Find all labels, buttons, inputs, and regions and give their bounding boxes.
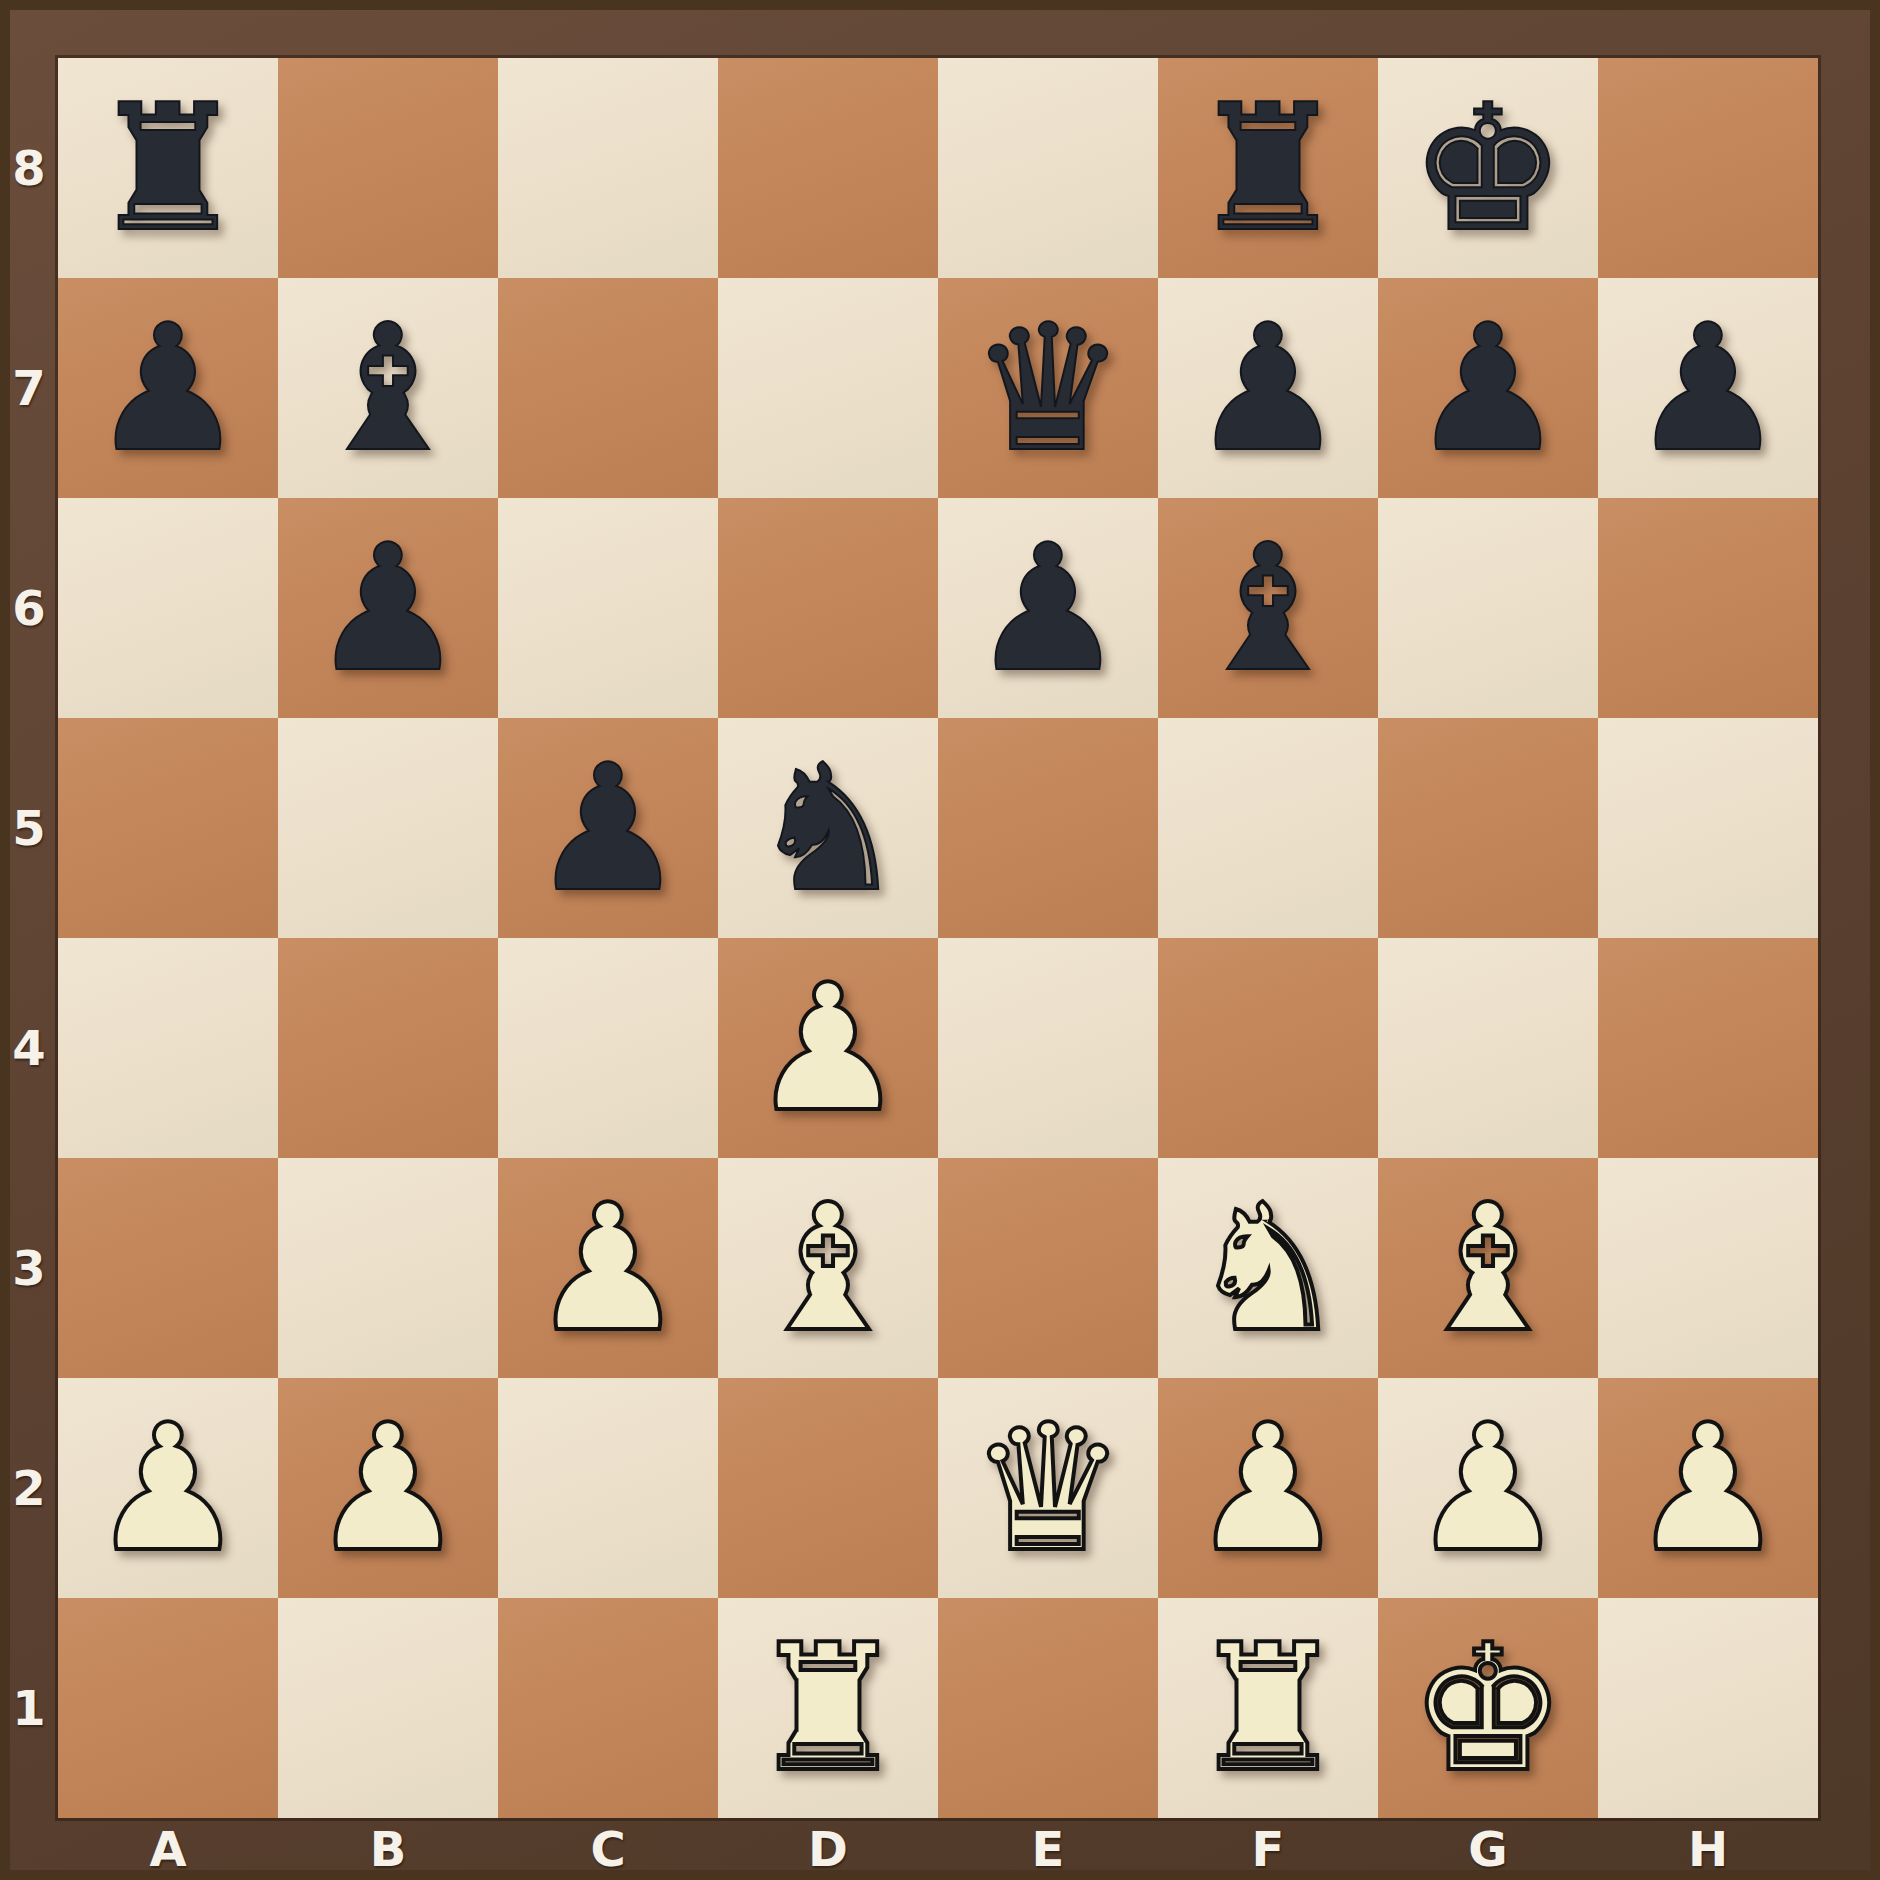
piece-white-pawn[interactable]: ♟ [1190, 1401, 1347, 1576]
piece-white-pawn[interactable]: ♟ [90, 1401, 247, 1576]
square-h8[interactable] [1598, 58, 1818, 278]
piece-black-rook[interactable]: ♜ [90, 81, 247, 256]
piece-black-king[interactable]: ♚ [1410, 81, 1567, 256]
piece-black-pawn[interactable]: ♟ [970, 521, 1127, 696]
square-f3[interactable]: ♞ [1158, 1158, 1378, 1378]
square-b6[interactable]: ♟ [278, 498, 498, 718]
chess-app: 8 7 6 5 4 3 2 1 ♜♜♚♟♝♛♟♟♟♟♟♝♟♞♟♟♝♞♝♟♟♛♟♟… [0, 0, 1880, 1880]
square-e8[interactable] [938, 58, 1158, 278]
square-f6[interactable]: ♝ [1158, 498, 1378, 718]
piece-black-bishop[interactable]: ♝ [1190, 521, 1347, 696]
square-c4[interactable] [498, 938, 718, 1158]
square-e3[interactable] [938, 1158, 1158, 1378]
square-c3[interactable]: ♟ [498, 1158, 718, 1378]
rank-label-3: 3 [0, 1158, 58, 1378]
square-h2[interactable]: ♟ [1598, 1378, 1818, 1598]
piece-black-knight[interactable]: ♞ [750, 741, 907, 916]
square-a3[interactable] [58, 1158, 278, 1378]
square-f2[interactable]: ♟ [1158, 1378, 1378, 1598]
piece-white-bishop[interactable]: ♝ [1410, 1181, 1567, 1356]
square-h3[interactable] [1598, 1158, 1818, 1378]
square-b7[interactable]: ♝ [278, 278, 498, 498]
rank-label-1: 1 [0, 1598, 58, 1818]
square-h7[interactable]: ♟ [1598, 278, 1818, 498]
square-h5[interactable] [1598, 718, 1818, 938]
file-labels: A B C D E F G H [58, 1818, 1818, 1880]
piece-white-pawn[interactable]: ♟ [530, 1181, 687, 1356]
square-e5[interactable] [938, 718, 1158, 938]
piece-white-bishop[interactable]: ♝ [750, 1181, 907, 1356]
square-a8[interactable]: ♜ [58, 58, 278, 278]
rank-label-8: 8 [0, 58, 58, 278]
square-g5[interactable] [1378, 718, 1598, 938]
file-label-d: D [718, 1818, 938, 1880]
piece-white-rook[interactable]: ♜ [1190, 1621, 1347, 1796]
piece-black-pawn[interactable]: ♟ [1190, 301, 1347, 476]
square-g1[interactable]: ♚ [1378, 1598, 1598, 1818]
square-d6[interactable] [718, 498, 938, 718]
piece-black-pawn[interactable]: ♟ [1630, 301, 1787, 476]
square-g8[interactable]: ♚ [1378, 58, 1598, 278]
file-label-g: G [1378, 1818, 1598, 1880]
square-d4[interactable]: ♟ [718, 938, 938, 1158]
square-g7[interactable]: ♟ [1378, 278, 1598, 498]
piece-white-pawn[interactable]: ♟ [1630, 1401, 1787, 1576]
rank-label-2: 2 [0, 1378, 58, 1598]
file-label-e: E [938, 1818, 1158, 1880]
file-label-b: B [278, 1818, 498, 1880]
square-g6[interactable] [1378, 498, 1598, 718]
square-c5[interactable]: ♟ [498, 718, 718, 938]
square-h6[interactable] [1598, 498, 1818, 718]
square-g4[interactable] [1378, 938, 1598, 1158]
square-e6[interactable]: ♟ [938, 498, 1158, 718]
square-a7[interactable]: ♟ [58, 278, 278, 498]
rank-label-4: 4 [0, 938, 58, 1158]
piece-white-pawn[interactable]: ♟ [750, 961, 907, 1136]
square-c6[interactable] [498, 498, 718, 718]
square-f5[interactable] [1158, 718, 1378, 938]
rank-label-6: 6 [0, 498, 58, 718]
file-label-f: F [1158, 1818, 1378, 1880]
square-d8[interactable] [718, 58, 938, 278]
piece-white-pawn[interactable]: ♟ [310, 1401, 467, 1576]
file-label-h: H [1598, 1818, 1818, 1880]
square-a2[interactable]: ♟ [58, 1378, 278, 1598]
square-a5[interactable] [58, 718, 278, 938]
rank-label-7: 7 [0, 278, 58, 498]
piece-white-knight[interactable]: ♞ [1190, 1181, 1347, 1356]
square-h1[interactable] [1598, 1598, 1818, 1818]
square-e1[interactable] [938, 1598, 1158, 1818]
square-d3[interactable]: ♝ [718, 1158, 938, 1378]
square-b3[interactable] [278, 1158, 498, 1378]
square-d2[interactable] [718, 1378, 938, 1598]
board: ♜♜♚♟♝♛♟♟♟♟♟♝♟♞♟♟♝♞♝♟♟♛♟♟♟♜♜♚ [58, 58, 1818, 1818]
square-g3[interactable]: ♝ [1378, 1158, 1598, 1378]
square-f8[interactable]: ♜ [1158, 58, 1378, 278]
piece-black-rook[interactable]: ♜ [1190, 81, 1347, 256]
piece-black-pawn[interactable]: ♟ [90, 301, 247, 476]
piece-black-pawn[interactable]: ♟ [530, 741, 687, 916]
piece-black-queen[interactable]: ♛ [970, 301, 1127, 476]
square-c7[interactable] [498, 278, 718, 498]
rank-label-5: 5 [0, 718, 58, 938]
piece-white-pawn[interactable]: ♟ [1410, 1401, 1567, 1576]
piece-white-rook[interactable]: ♜ [750, 1621, 907, 1796]
square-g2[interactable]: ♟ [1378, 1378, 1598, 1598]
square-h4[interactable] [1598, 938, 1818, 1158]
square-c1[interactable] [498, 1598, 718, 1818]
square-d5[interactable]: ♞ [718, 718, 938, 938]
square-a4[interactable] [58, 938, 278, 1158]
piece-black-bishop[interactable]: ♝ [310, 301, 467, 476]
square-b8[interactable] [278, 58, 498, 278]
square-f4[interactable] [1158, 938, 1378, 1158]
square-a6[interactable] [58, 498, 278, 718]
piece-white-queen[interactable]: ♛ [970, 1401, 1127, 1576]
square-b2[interactable]: ♟ [278, 1378, 498, 1598]
file-label-c: C [498, 1818, 718, 1880]
square-c8[interactable] [498, 58, 718, 278]
piece-black-pawn[interactable]: ♟ [310, 521, 467, 696]
square-b5[interactable] [278, 718, 498, 938]
rank-labels: 8 7 6 5 4 3 2 1 [0, 58, 58, 1818]
file-label-a: A [58, 1818, 278, 1880]
square-e4[interactable] [938, 938, 1158, 1158]
square-f7[interactable]: ♟ [1158, 278, 1378, 498]
square-d7[interactable] [718, 278, 938, 498]
square-c2[interactable] [498, 1378, 718, 1598]
square-b1[interactable] [278, 1598, 498, 1818]
piece-white-king[interactable]: ♚ [1410, 1621, 1567, 1796]
square-d1[interactable]: ♜ [718, 1598, 938, 1818]
square-b4[interactable] [278, 938, 498, 1158]
square-e2[interactable]: ♛ [938, 1378, 1158, 1598]
piece-black-pawn[interactable]: ♟ [1410, 301, 1567, 476]
square-f1[interactable]: ♜ [1158, 1598, 1378, 1818]
square-a1[interactable] [58, 1598, 278, 1818]
square-e7[interactable]: ♛ [938, 278, 1158, 498]
